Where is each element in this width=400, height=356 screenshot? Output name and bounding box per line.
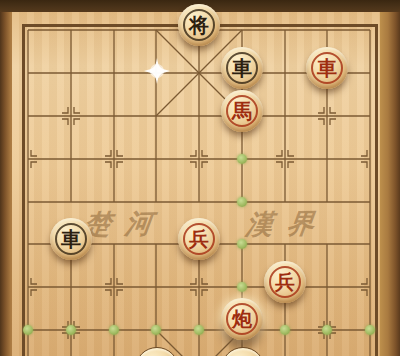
- piece-red-chariot[interactable]: 車: [306, 47, 348, 89]
- move-hint-dot[interactable]: [66, 325, 76, 335]
- move-hint-dot[interactable]: [109, 325, 119, 335]
- piece-black-chariot[interactable]: 車: [50, 218, 92, 260]
- piece-character: 将: [189, 15, 209, 35]
- move-hint-dot[interactable]: [194, 325, 204, 335]
- piece-character: 車: [232, 58, 252, 78]
- piece-black-general[interactable]: 将: [178, 4, 220, 46]
- piece-red-horse[interactable]: 馬: [221, 90, 263, 132]
- move-hint-dot[interactable]: [280, 325, 290, 335]
- move-hint-dot[interactable]: [151, 325, 161, 335]
- piece-character: 兵: [189, 229, 209, 249]
- piece-character: 車: [317, 58, 337, 78]
- river-label-hanjie: 漢界: [244, 205, 331, 242]
- move-hint-dot[interactable]: [322, 325, 332, 335]
- piece-character: 炮: [232, 309, 252, 329]
- river-label-chuhe: 楚河: [82, 205, 169, 242]
- piece-character: 馬: [232, 101, 252, 121]
- move-hint-dot[interactable]: [237, 154, 247, 164]
- move-hint-dot[interactable]: [23, 325, 33, 335]
- piece-red-cannon[interactable]: 炮: [221, 298, 263, 340]
- move-hint-dot[interactable]: [237, 239, 247, 249]
- piece-red-soldier[interactable]: 兵: [178, 218, 220, 260]
- piece-character: 兵: [275, 272, 295, 292]
- sparkle-effect: [140, 54, 174, 88]
- move-hint-dot[interactable]: [237, 197, 247, 207]
- move-hint-dot[interactable]: [365, 325, 375, 335]
- piece-red-soldier[interactable]: 兵: [264, 261, 306, 303]
- xiangqi-game-screen: 楚河 漢界 将車車馬車兵兵炮: [0, 0, 400, 356]
- move-hint-dot[interactable]: [237, 282, 247, 292]
- piece-black-chariot[interactable]: 車: [221, 47, 263, 89]
- piece-character: 車: [61, 229, 81, 249]
